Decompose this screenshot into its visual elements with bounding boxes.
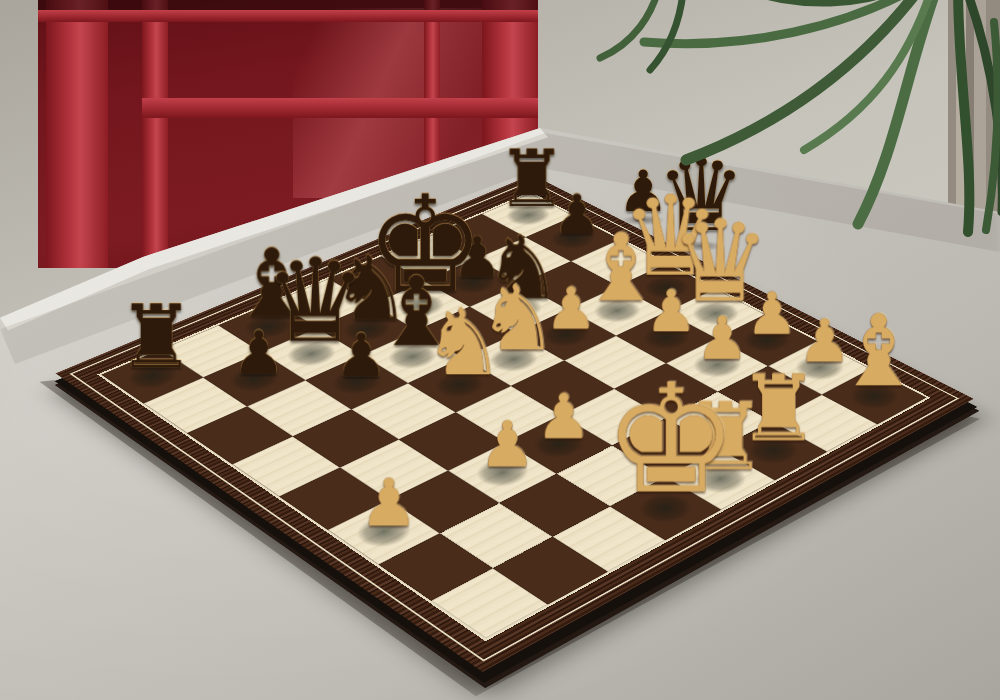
chess-piece-white-king: ♚ xyxy=(584,368,756,511)
cabinet-top-shadow xyxy=(38,0,538,10)
chess-piece-white-pawn: ♟ xyxy=(301,472,476,534)
chess-piece-white-pawn: ♟ xyxy=(422,415,591,475)
cabinet-frame-rail xyxy=(38,10,538,22)
plant-leaf xyxy=(650,0,684,70)
cabinet-frame-rail xyxy=(142,98,538,118)
plant-leaf xyxy=(958,0,969,232)
plant xyxy=(566,0,1000,257)
chess-piece-white-knight: ♞ xyxy=(383,299,543,386)
plant-leaf xyxy=(600,0,661,58)
plant-leaf xyxy=(858,0,938,224)
cabinet-frame-post xyxy=(142,0,168,268)
cabinet-frame-post xyxy=(46,0,108,268)
chess-board-perspective: ♜♝♜♟♛♞♚♟♟♟♝♞♞♞♟♝♛♟♛♟♟♟♟♟♟♚♜♜♝ xyxy=(511,386,513,388)
product-photo-scene: ♜♝♜♟♛♞♚♟♟♟♝♞♞♞♟♝♛♟♛♟♟♟♟♟♟♚♜♜♝ ♛ ♟ xyxy=(0,0,1000,700)
